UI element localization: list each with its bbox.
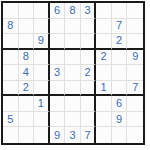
cell-r9c4[interactable]: 9 xyxy=(50,127,66,143)
cell-r6c6[interactable] xyxy=(81,81,97,97)
sudoku-board: 68387928294322171659937 xyxy=(1,1,145,145)
clue-digit: 7 xyxy=(84,130,90,141)
clue-digit: 2 xyxy=(101,51,107,62)
cell-r1c2[interactable] xyxy=(19,3,35,19)
cell-r7c9[interactable] xyxy=(127,96,143,112)
cell-r4c1[interactable] xyxy=(3,50,19,66)
cell-r2c7[interactable] xyxy=(96,19,112,35)
clue-digit: 1 xyxy=(38,98,44,109)
cell-r8c5[interactable] xyxy=(65,112,81,128)
clue-digit: 8 xyxy=(69,5,75,16)
cell-r1c8[interactable] xyxy=(112,3,128,19)
cell-r9c7[interactable] xyxy=(96,127,112,143)
cell-r9c1[interactable] xyxy=(3,127,19,143)
cell-r5c7[interactable] xyxy=(96,65,112,81)
clue-digit: 8 xyxy=(23,51,29,62)
clue-digit: 9 xyxy=(54,130,60,141)
cell-r3c2[interactable] xyxy=(19,34,35,50)
cell-r5c8[interactable] xyxy=(112,65,128,81)
cell-r8c2[interactable] xyxy=(19,112,35,128)
cell-r6c5[interactable] xyxy=(65,81,81,97)
cell-r3c5[interactable] xyxy=(65,34,81,50)
cell-r1c6[interactable]: 3 xyxy=(81,3,97,19)
cell-r3c9[interactable] xyxy=(127,34,143,50)
cell-r5c6[interactable]: 2 xyxy=(81,65,97,81)
clue-digit: 2 xyxy=(116,35,122,46)
clue-digit: 3 xyxy=(54,67,60,78)
cell-r5c5[interactable] xyxy=(65,65,81,81)
cell-r6c1[interactable] xyxy=(3,81,19,97)
cell-r3c4[interactable] xyxy=(50,34,66,50)
cell-r2c5[interactable] xyxy=(65,19,81,35)
cell-r6c8[interactable] xyxy=(112,81,128,97)
cell-r2c3[interactable] xyxy=(34,19,50,35)
clue-digit: 3 xyxy=(84,5,90,16)
cell-r9c8[interactable] xyxy=(112,127,128,143)
cell-r2c9[interactable] xyxy=(127,19,143,35)
cell-r3c6[interactable] xyxy=(81,34,97,50)
cell-r1c9[interactable] xyxy=(127,3,143,19)
clue-digit: 9 xyxy=(132,51,138,62)
clue-digit: 3 xyxy=(69,130,75,141)
cell-r2c2[interactable] xyxy=(19,19,35,35)
cell-r7c6[interactable] xyxy=(81,96,97,112)
cell-r1c4[interactable]: 6 xyxy=(50,3,66,19)
cell-r8c3[interactable] xyxy=(34,112,50,128)
cell-r3c3[interactable]: 9 xyxy=(34,34,50,50)
clue-digit: 2 xyxy=(23,82,29,93)
clue-digit: 4 xyxy=(23,67,29,78)
cell-r8c9[interactable] xyxy=(127,112,143,128)
clue-digit: 1 xyxy=(101,82,107,93)
cell-r4c9[interactable]: 9 xyxy=(127,50,143,66)
cell-r9c5[interactable]: 3 xyxy=(65,127,81,143)
cell-r5c1[interactable] xyxy=(3,65,19,81)
cell-r8c8[interactable]: 9 xyxy=(112,112,128,128)
cell-r4c8[interactable] xyxy=(112,50,128,66)
clue-digit: 2 xyxy=(84,67,90,78)
cell-r4c7[interactable]: 2 xyxy=(96,50,112,66)
cell-r9c9[interactable] xyxy=(127,127,143,143)
cell-r6c3[interactable] xyxy=(34,81,50,97)
clue-digit: 6 xyxy=(54,5,60,16)
cell-r5c4[interactable]: 3 xyxy=(50,65,66,81)
clue-digit: 8 xyxy=(7,20,13,31)
cell-r2c1[interactable]: 8 xyxy=(3,19,19,35)
cell-r7c3[interactable]: 1 xyxy=(34,96,50,112)
cell-r3c1[interactable] xyxy=(3,34,19,50)
cell-r4c3[interactable] xyxy=(34,50,50,66)
cell-r3c7[interactable] xyxy=(96,34,112,50)
cell-r6c4[interactable] xyxy=(50,81,66,97)
cell-r4c4[interactable] xyxy=(50,50,66,66)
cell-r8c7[interactable] xyxy=(96,112,112,128)
cell-r3c8[interactable]: 2 xyxy=(112,34,128,50)
cell-r7c4[interactable] xyxy=(50,96,66,112)
cell-r1c1[interactable] xyxy=(3,3,19,19)
clue-digit: 9 xyxy=(116,114,122,125)
cell-r5c2[interactable]: 4 xyxy=(19,65,35,81)
cell-r1c5[interactable]: 8 xyxy=(65,3,81,19)
cell-r5c3[interactable] xyxy=(34,65,50,81)
cell-r8c6[interactable] xyxy=(81,112,97,128)
cell-r4c2[interactable]: 8 xyxy=(19,50,35,66)
cell-r2c4[interactable] xyxy=(50,19,66,35)
cell-r2c8[interactable]: 7 xyxy=(112,19,128,35)
cell-r7c5[interactable] xyxy=(65,96,81,112)
cell-r9c3[interactable] xyxy=(34,127,50,143)
clue-digit: 5 xyxy=(7,114,13,125)
cell-r4c6[interactable] xyxy=(81,50,97,66)
cell-r6c2[interactable]: 2 xyxy=(19,81,35,97)
cell-r1c3[interactable] xyxy=(34,3,50,19)
cell-r7c1[interactable] xyxy=(3,96,19,112)
cell-r4c5[interactable] xyxy=(65,50,81,66)
cell-r6c7[interactable]: 1 xyxy=(96,81,112,97)
cell-r7c8[interactable]: 6 xyxy=(112,96,128,112)
cell-r7c2[interactable] xyxy=(19,96,35,112)
cell-r1c7[interactable] xyxy=(96,3,112,19)
clue-digit: 7 xyxy=(116,20,122,31)
cell-r5c9[interactable] xyxy=(127,65,143,81)
cell-r6c9[interactable]: 7 xyxy=(127,81,143,97)
cell-r8c1[interactable]: 5 xyxy=(3,112,19,128)
clue-digit: 7 xyxy=(132,82,138,93)
cell-r2c6[interactable] xyxy=(81,19,97,35)
cell-r8c4[interactable] xyxy=(50,112,66,128)
cell-r7c7[interactable] xyxy=(96,96,112,112)
clue-digit: 9 xyxy=(38,35,44,46)
clue-digit: 6 xyxy=(116,98,122,109)
cell-r9c2[interactable] xyxy=(19,127,35,143)
cell-r9c6[interactable]: 7 xyxy=(81,127,97,143)
